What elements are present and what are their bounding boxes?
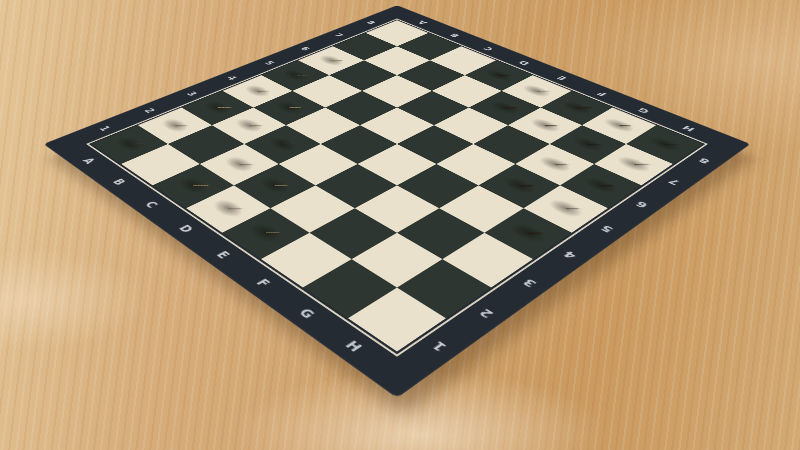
file-label-near-C: C — [138, 204, 158, 215]
file-label-near-F: F — [250, 283, 272, 296]
file-label-near-A: A — [76, 161, 96, 171]
rank-label-right-6: 6 — [632, 204, 650, 215]
table-surface: AA11BB22CC33DD44EE55FF66GG77HH88 ♟♜♟♝♜♞♟… — [0, 0, 800, 450]
file-label-near-B: B — [106, 182, 126, 192]
file-label-near-G: G — [293, 313, 317, 329]
file-label-near-D: D — [173, 229, 195, 241]
rank-label-right-2: 2 — [474, 313, 496, 328]
chessboard[interactable]: AA11BB22CC33DD44EE55FF66GG77HH88 ♟♜♟♝♜♞♟… — [43, 5, 750, 398]
rank-label-right-8: 8 — [696, 161, 713, 170]
board-grid[interactable] — [92, 20, 703, 351]
rank-label-right-1: 1 — [426, 346, 449, 362]
rank-label-right-7: 7 — [665, 182, 683, 192]
rank-label-right-5: 5 — [597, 229, 616, 241]
rank-label-right-4: 4 — [559, 255, 579, 267]
file-label-near-E: E — [210, 255, 231, 267]
rank-label-left-4: 4 — [222, 78, 238, 85]
file-label-far-E: E — [553, 78, 568, 85]
rank-label-right-3: 3 — [518, 283, 539, 296]
